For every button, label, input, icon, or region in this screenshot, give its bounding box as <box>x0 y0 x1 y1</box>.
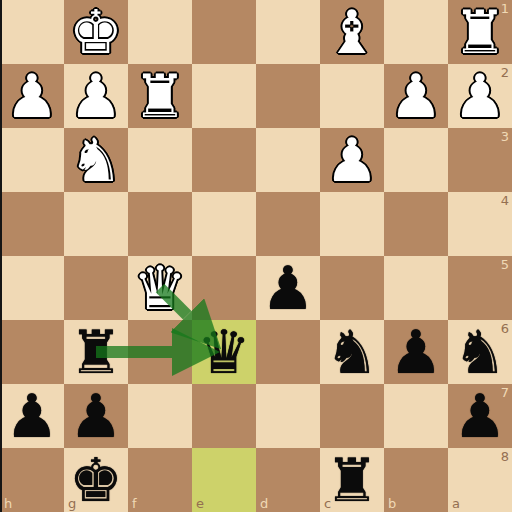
rank-label-3: 3 <box>501 130 509 143</box>
piece-white-rook[interactable]: ♜ <box>453 0 507 64</box>
square-b8[interactable]: b <box>384 448 448 512</box>
piece-black-rook[interactable]: ♜ <box>69 320 123 384</box>
square-a1[interactable]: ♜1 <box>448 0 512 64</box>
square-e8[interactable]: e <box>192 448 256 512</box>
square-a8[interactable]: 8a <box>448 448 512 512</box>
square-c5[interactable] <box>320 256 384 320</box>
square-h1[interactable] <box>0 0 64 64</box>
piece-white-queen[interactable]: ♛ <box>133 256 187 320</box>
square-a3[interactable]: 3 <box>448 128 512 192</box>
square-g4[interactable] <box>64 192 128 256</box>
square-h2[interactable]: ♟ <box>0 64 64 128</box>
square-f2[interactable]: ♜ <box>128 64 192 128</box>
square-h7[interactable]: ♟ <box>0 384 64 448</box>
board-squares: ♚♝♜1♟♟♜♟♟2♞♟34♛♟5♜♛♞♟♞6♟♟♟7h♚gfed♜cb8a <box>0 0 512 512</box>
square-d2[interactable] <box>256 64 320 128</box>
chess-board: ♚♝♜1♟♟♜♟♟2♞♟34♛♟5♜♛♞♟♞6♟♟♟7h♚gfed♜cb8a <box>0 0 512 512</box>
square-f7[interactable] <box>128 384 192 448</box>
piece-black-pawn[interactable]: ♟ <box>389 320 443 384</box>
file-label-b: b <box>388 497 396 510</box>
square-c6[interactable]: ♞ <box>320 320 384 384</box>
square-c8[interactable]: ♜c <box>320 448 384 512</box>
square-e1[interactable] <box>192 0 256 64</box>
piece-black-pawn[interactable]: ♟ <box>69 384 123 448</box>
square-c1[interactable]: ♝ <box>320 0 384 64</box>
square-h3[interactable] <box>0 128 64 192</box>
square-c2[interactable] <box>320 64 384 128</box>
square-g7[interactable]: ♟ <box>64 384 128 448</box>
square-c7[interactable] <box>320 384 384 448</box>
square-a4[interactable]: 4 <box>448 192 512 256</box>
piece-black-pawn[interactable]: ♟ <box>261 256 315 320</box>
square-d6[interactable] <box>256 320 320 384</box>
piece-white-rook[interactable]: ♜ <box>133 64 187 128</box>
square-f4[interactable] <box>128 192 192 256</box>
piece-white-pawn[interactable]: ♟ <box>325 128 379 192</box>
square-d8[interactable]: d <box>256 448 320 512</box>
piece-white-king[interactable]: ♚ <box>69 0 123 64</box>
file-label-f: f <box>132 497 137 510</box>
square-b1[interactable] <box>384 0 448 64</box>
square-g3[interactable]: ♞ <box>64 128 128 192</box>
square-h8[interactable]: h <box>0 448 64 512</box>
piece-black-queen[interactable]: ♛ <box>197 320 251 384</box>
square-b5[interactable] <box>384 256 448 320</box>
square-b2[interactable]: ♟ <box>384 64 448 128</box>
piece-black-pawn[interactable]: ♟ <box>453 384 507 448</box>
square-a6[interactable]: ♞6 <box>448 320 512 384</box>
piece-black-knight[interactable]: ♞ <box>325 320 379 384</box>
piece-white-bishop[interactable]: ♝ <box>325 0 379 64</box>
square-d5[interactable]: ♟ <box>256 256 320 320</box>
square-d7[interactable] <box>256 384 320 448</box>
file-label-d: d <box>260 497 268 510</box>
square-e3[interactable] <box>192 128 256 192</box>
square-e7[interactable] <box>192 384 256 448</box>
piece-white-pawn[interactable]: ♟ <box>5 64 59 128</box>
square-f1[interactable] <box>128 0 192 64</box>
piece-white-pawn[interactable]: ♟ <box>69 64 123 128</box>
square-g8[interactable]: ♚g <box>64 448 128 512</box>
square-e5[interactable] <box>192 256 256 320</box>
square-e6[interactable]: ♛ <box>192 320 256 384</box>
square-f3[interactable] <box>128 128 192 192</box>
rank-label-4: 4 <box>501 194 509 207</box>
square-b6[interactable]: ♟ <box>384 320 448 384</box>
square-g6[interactable]: ♜ <box>64 320 128 384</box>
file-label-a: a <box>452 497 460 510</box>
piece-black-knight[interactable]: ♞ <box>453 320 507 384</box>
square-f6[interactable] <box>128 320 192 384</box>
square-e4[interactable] <box>192 192 256 256</box>
piece-black-king[interactable]: ♚ <box>69 448 123 512</box>
square-b4[interactable] <box>384 192 448 256</box>
rank-label-8: 8 <box>501 450 509 463</box>
square-a5[interactable]: 5 <box>448 256 512 320</box>
square-b3[interactable] <box>384 128 448 192</box>
square-f5[interactable]: ♛ <box>128 256 192 320</box>
file-label-e: e <box>196 497 204 510</box>
square-h5[interactable] <box>0 256 64 320</box>
square-e2[interactable] <box>192 64 256 128</box>
square-g2[interactable]: ♟ <box>64 64 128 128</box>
window-edge <box>0 0 2 512</box>
piece-white-knight[interactable]: ♞ <box>69 128 123 192</box>
square-d3[interactable] <box>256 128 320 192</box>
file-label-h: h <box>4 497 12 510</box>
square-h6[interactable] <box>0 320 64 384</box>
piece-white-pawn[interactable]: ♟ <box>453 64 507 128</box>
piece-black-pawn[interactable]: ♟ <box>5 384 59 448</box>
rank-label-5: 5 <box>501 258 509 271</box>
square-a2[interactable]: ♟2 <box>448 64 512 128</box>
square-g1[interactable]: ♚ <box>64 0 128 64</box>
square-c3[interactable]: ♟ <box>320 128 384 192</box>
square-c4[interactable] <box>320 192 384 256</box>
square-a7[interactable]: ♟7 <box>448 384 512 448</box>
square-g5[interactable] <box>64 256 128 320</box>
square-d1[interactable] <box>256 0 320 64</box>
square-d4[interactable] <box>256 192 320 256</box>
square-b7[interactable] <box>384 384 448 448</box>
piece-black-rook[interactable]: ♜ <box>325 448 379 512</box>
square-h4[interactable] <box>0 192 64 256</box>
piece-white-pawn[interactable]: ♟ <box>389 64 443 128</box>
square-f8[interactable]: f <box>128 448 192 512</box>
